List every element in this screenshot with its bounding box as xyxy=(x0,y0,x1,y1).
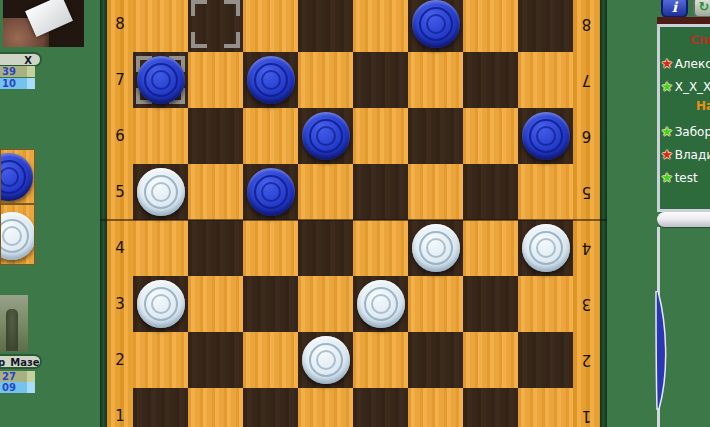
list-item-X_X_X[interactable]: ★X_X_X xyxy=(661,76,710,91)
square-g8[interactable] xyxy=(463,0,518,52)
piece-blue-c7[interactable] xyxy=(247,56,295,104)
list-item-test[interactable]: ★test xyxy=(661,167,698,182)
square-c3[interactable] xyxy=(243,276,298,332)
players-list-header: Спи xyxy=(690,33,710,47)
square-c2[interactable] xyxy=(243,332,298,388)
square-c1[interactable] xyxy=(243,388,298,427)
square-e2[interactable] xyxy=(353,332,408,388)
blue-arrow-shape xyxy=(655,291,671,411)
piece-white-a3[interactable] xyxy=(137,280,185,328)
square-d3[interactable] xyxy=(298,276,353,332)
app-window: _X 39 10 др_Мазе 27 09 87654321 87654321… xyxy=(0,0,710,427)
rank-label-right-8: 8 xyxy=(573,16,600,32)
square-f6[interactable] xyxy=(408,108,463,164)
square-g4[interactable] xyxy=(463,220,518,276)
square-e8[interactable] xyxy=(353,0,408,52)
square-h5[interactable] xyxy=(518,164,573,220)
square-e7[interactable] xyxy=(353,52,408,108)
green-star-icon: ★ xyxy=(661,170,673,185)
square-g6[interactable] xyxy=(463,108,518,164)
square-e4[interactable] xyxy=(353,220,408,276)
piece-white-d2[interactable] xyxy=(302,336,350,384)
player-name: X_X_X xyxy=(673,80,710,94)
rank-label-right-2: 2 xyxy=(573,352,600,368)
square-d1[interactable] xyxy=(298,388,353,427)
checkers-board: 87654321 87654321 xyxy=(100,0,607,427)
square-f5[interactable] xyxy=(408,164,463,220)
square-h2[interactable] xyxy=(518,332,573,388)
rank-label-right-4: 4 xyxy=(573,240,600,256)
square-e1[interactable] xyxy=(353,388,408,427)
player-side-white-piece xyxy=(0,212,35,260)
piece-blue-d6[interactable] xyxy=(302,112,350,160)
rank-label-right-3: 3 xyxy=(573,296,600,312)
player-name-plate: др_Мазе xyxy=(0,354,42,369)
square-a2[interactable] xyxy=(133,332,188,388)
square-g1[interactable] xyxy=(463,388,518,427)
square-h1[interactable] xyxy=(518,388,573,427)
list-item-Забор_[interactable]: ★Забор_ xyxy=(661,121,710,136)
piece-white-a5[interactable] xyxy=(137,168,185,216)
list-item-Алекса[interactable]: ★Алекса xyxy=(661,53,710,68)
square-h8[interactable] xyxy=(518,0,573,52)
info-button[interactable]: i xyxy=(661,0,688,18)
board-frame-edge xyxy=(600,0,607,427)
square-h3[interactable] xyxy=(518,276,573,332)
rank-label-right-6: 6 xyxy=(573,128,600,144)
piece-blue-h6[interactable] xyxy=(522,112,570,160)
square-h7[interactable] xyxy=(518,52,573,108)
square-a4[interactable] xyxy=(133,220,188,276)
player-stat-bar-1: 27 xyxy=(0,371,35,382)
highlight-b8 xyxy=(188,0,243,52)
opponent-side-blue-piece xyxy=(0,153,33,201)
refresh-button[interactable]: ↻ xyxy=(693,0,710,18)
square-g7[interactable] xyxy=(463,52,518,108)
rank-label-left-3: 3 xyxy=(107,296,133,312)
board-frame-edge xyxy=(100,0,107,427)
square-b4[interactable] xyxy=(188,220,243,276)
square-a1[interactable] xyxy=(133,388,188,427)
rank-label-right-1: 1 xyxy=(573,408,600,424)
square-g5[interactable] xyxy=(463,164,518,220)
piece-white-f4[interactable] xyxy=(412,224,460,272)
square-f3[interactable] xyxy=(408,276,463,332)
red-star-icon: ★ xyxy=(661,147,673,162)
player-name: test xyxy=(673,171,698,185)
player-avatar xyxy=(0,295,28,352)
opponent-name-plate: _X xyxy=(0,52,42,67)
player-list-panel: Спи ★Алекса★X_X_X Наб ★Забор_★Владим★tes… xyxy=(657,24,710,212)
rank-label-left-2: 2 xyxy=(107,352,133,368)
square-b6[interactable] xyxy=(188,108,243,164)
piece-blue-f8[interactable] xyxy=(412,0,460,48)
square-f2[interactable] xyxy=(408,332,463,388)
square-b7[interactable] xyxy=(188,52,243,108)
square-b3[interactable] xyxy=(188,276,243,332)
rank-label-left-4: 4 xyxy=(107,240,133,256)
square-d4[interactable] xyxy=(298,220,353,276)
square-f1[interactable] xyxy=(408,388,463,427)
board-center-seam xyxy=(100,219,607,221)
square-c4[interactable] xyxy=(243,220,298,276)
observers-list-header: Наб xyxy=(696,99,710,113)
rank-label-right-7: 7 xyxy=(573,72,600,88)
player-name: Алекса xyxy=(673,57,710,71)
rank-label-left-6: 6 xyxy=(107,128,133,144)
green-star-icon: ★ xyxy=(661,124,673,139)
piece-white-h4[interactable] xyxy=(522,224,570,272)
square-g3[interactable] xyxy=(463,276,518,332)
opponent-stat-bar-1: 39 xyxy=(0,66,35,77)
piece-blue-a7[interactable] xyxy=(137,56,185,104)
rank-label-left-7: 7 xyxy=(107,72,133,88)
square-d8[interactable] xyxy=(298,0,353,52)
red-star-icon: ★ xyxy=(661,56,673,71)
board-squares xyxy=(133,0,573,427)
square-d7[interactable] xyxy=(298,52,353,108)
avatar-photo-detail xyxy=(6,309,18,351)
rank-label-right-5: 5 xyxy=(573,184,600,200)
green-star-icon: ★ xyxy=(661,79,673,94)
square-e5[interactable] xyxy=(353,164,408,220)
square-c8[interactable] xyxy=(243,0,298,52)
square-a6[interactable] xyxy=(133,108,188,164)
square-f7[interactable] xyxy=(408,52,463,108)
player-piece-tray xyxy=(0,204,35,265)
square-d5[interactable] xyxy=(298,164,353,220)
opponent-stat-bar-2: 10 xyxy=(0,78,35,89)
player-name: Забор_ xyxy=(673,125,710,139)
rank-label-left-5: 5 xyxy=(107,184,133,200)
opponent-piece-tray xyxy=(0,149,35,204)
square-b2[interactable] xyxy=(188,332,243,388)
panel-separator-bar xyxy=(657,212,710,227)
rank-label-left-1: 1 xyxy=(107,408,133,424)
player-name: Владим xyxy=(673,148,710,162)
piece-white-e3[interactable] xyxy=(357,280,405,328)
square-c6[interactable] xyxy=(243,108,298,164)
piece-blue-c5[interactable] xyxy=(247,168,295,216)
rank-labels-right: 87654321 xyxy=(573,0,600,427)
square-g2[interactable] xyxy=(463,332,518,388)
rank-label-left-8: 8 xyxy=(107,16,133,32)
rank-labels-left: 87654321 xyxy=(107,0,133,427)
square-a8[interactable] xyxy=(133,0,188,52)
toolbar-strip xyxy=(657,17,710,24)
list-item-Владим[interactable]: ★Владим xyxy=(661,144,710,159)
square-b1[interactable] xyxy=(188,388,243,427)
square-b5[interactable] xyxy=(188,164,243,220)
opponent-avatar xyxy=(3,0,84,47)
player-stat-bar-2: 09 xyxy=(0,382,35,393)
square-e6[interactable] xyxy=(353,108,408,164)
